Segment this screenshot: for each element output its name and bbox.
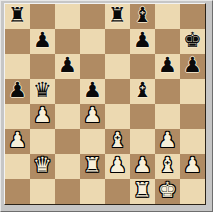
square-c2[interactable] — [55, 154, 80, 179]
square-h7[interactable]: ♚ — [180, 29, 205, 54]
square-h6[interactable]: ♟ — [180, 54, 205, 79]
piece-black-pawn-f7[interactable]: ♟ — [133, 29, 152, 53]
square-g6[interactable]: ♟ — [155, 54, 180, 79]
square-g5[interactable] — [155, 79, 180, 104]
square-e4[interactable] — [105, 104, 130, 129]
piece-black-rook-a8[interactable]: ♜ — [8, 4, 27, 28]
piece-black-pawn-g6[interactable]: ♟ — [158, 54, 177, 78]
piece-white-pawn-h2[interactable]: ♟ — [183, 154, 202, 178]
piece-white-pawn-a3[interactable]: ♟ — [8, 129, 27, 153]
square-e5[interactable] — [105, 79, 130, 104]
square-e1[interactable] — [105, 179, 130, 204]
square-e8[interactable]: ♜ — [105, 4, 130, 29]
square-d1[interactable] — [80, 179, 105, 204]
square-g1[interactable]: ♚ — [155, 179, 180, 204]
square-c3[interactable] — [55, 129, 80, 154]
square-e2[interactable]: ♟ — [105, 154, 130, 179]
piece-black-pawn-a5[interactable]: ♟ — [8, 79, 27, 103]
piece-white-rook-f1[interactable]: ♜ — [133, 179, 152, 203]
square-d5[interactable]: ♟ — [80, 79, 105, 104]
chess-diagram-frame: ♜♜♝♟♟♚♟♟♟♟♛♟♝♟♟♟♝♟♛♜♟♟♝♟♜♚ — [0, 0, 213, 212]
piece-white-bishop-e3[interactable]: ♝ — [108, 129, 127, 153]
square-e3[interactable]: ♝ — [105, 129, 130, 154]
square-f7[interactable]: ♟ — [130, 29, 155, 54]
square-c4[interactable] — [55, 104, 80, 129]
square-c8[interactable] — [55, 4, 80, 29]
square-g2[interactable]: ♝ — [155, 154, 180, 179]
square-g7[interactable] — [155, 29, 180, 54]
piece-black-rook-e8[interactable]: ♜ — [108, 4, 127, 28]
piece-black-pawn-b7[interactable]: ♟ — [33, 29, 52, 53]
square-e6[interactable] — [105, 54, 130, 79]
square-c5[interactable] — [55, 79, 80, 104]
square-h1[interactable] — [180, 179, 205, 204]
square-f2[interactable]: ♟ — [130, 154, 155, 179]
square-h8[interactable] — [180, 4, 205, 29]
square-f5[interactable]: ♝ — [130, 79, 155, 104]
piece-white-king-g1[interactable]: ♚ — [158, 179, 177, 203]
square-h4[interactable] — [180, 104, 205, 129]
square-f1[interactable]: ♜ — [130, 179, 155, 204]
square-a7[interactable] — [5, 29, 30, 54]
square-c6[interactable]: ♟ — [55, 54, 80, 79]
piece-white-pawn-f2[interactable]: ♟ — [133, 154, 152, 178]
square-a3[interactable]: ♟ — [5, 129, 30, 154]
square-g4[interactable] — [155, 104, 180, 129]
square-d7[interactable] — [80, 29, 105, 54]
square-a6[interactable] — [5, 54, 30, 79]
square-a2[interactable] — [5, 154, 30, 179]
square-g3[interactable]: ♟ — [155, 129, 180, 154]
piece-black-pawn-c6[interactable]: ♟ — [58, 54, 77, 78]
square-b3[interactable] — [30, 129, 55, 154]
square-b1[interactable] — [30, 179, 55, 204]
piece-black-pawn-d5[interactable]: ♟ — [83, 79, 102, 103]
piece-white-queen-b2[interactable]: ♛ — [33, 154, 52, 178]
square-b6[interactable] — [30, 54, 55, 79]
piece-black-bishop-f5[interactable]: ♝ — [133, 79, 152, 103]
square-b5[interactable]: ♛ — [30, 79, 55, 104]
piece-black-pawn-h6[interactable]: ♟ — [183, 54, 202, 78]
square-d8[interactable] — [80, 4, 105, 29]
piece-black-queen-b5[interactable]: ♛ — [33, 79, 52, 103]
square-d3[interactable] — [80, 129, 105, 154]
square-f4[interactable] — [130, 104, 155, 129]
square-f6[interactable] — [130, 54, 155, 79]
square-a8[interactable]: ♜ — [5, 4, 30, 29]
chess-board: ♜♜♝♟♟♚♟♟♟♟♛♟♝♟♟♟♝♟♛♜♟♟♝♟♜♚ — [4, 3, 206, 205]
square-b4[interactable]: ♟ — [30, 104, 55, 129]
square-a1[interactable] — [5, 179, 30, 204]
square-b7[interactable]: ♟ — [30, 29, 55, 54]
square-b8[interactable] — [30, 4, 55, 29]
piece-black-king-h7[interactable]: ♚ — [183, 29, 202, 53]
square-g8[interactable] — [155, 4, 180, 29]
piece-white-pawn-d4[interactable]: ♟ — [83, 104, 102, 128]
square-c7[interactable] — [55, 29, 80, 54]
square-a5[interactable]: ♟ — [5, 79, 30, 104]
square-f8[interactable]: ♝ — [130, 4, 155, 29]
square-c1[interactable] — [55, 179, 80, 204]
square-a4[interactable] — [5, 104, 30, 129]
piece-white-pawn-g3[interactable]: ♟ — [158, 129, 177, 153]
piece-white-rook-d2[interactable]: ♜ — [83, 154, 102, 178]
square-d6[interactable] — [80, 54, 105, 79]
piece-black-bishop-f8[interactable]: ♝ — [133, 4, 152, 28]
piece-white-pawn-e2[interactable]: ♟ — [108, 154, 127, 178]
square-e7[interactable] — [105, 29, 130, 54]
square-d4[interactable]: ♟ — [80, 104, 105, 129]
square-h2[interactable]: ♟ — [180, 154, 205, 179]
square-f3[interactable] — [130, 129, 155, 154]
piece-white-bishop-g2[interactable]: ♝ — [158, 154, 177, 178]
piece-white-pawn-b4[interactable]: ♟ — [33, 104, 52, 128]
square-h3[interactable] — [180, 129, 205, 154]
square-b2[interactable]: ♛ — [30, 154, 55, 179]
square-h5[interactable] — [180, 79, 205, 104]
square-d2[interactable]: ♜ — [80, 154, 105, 179]
